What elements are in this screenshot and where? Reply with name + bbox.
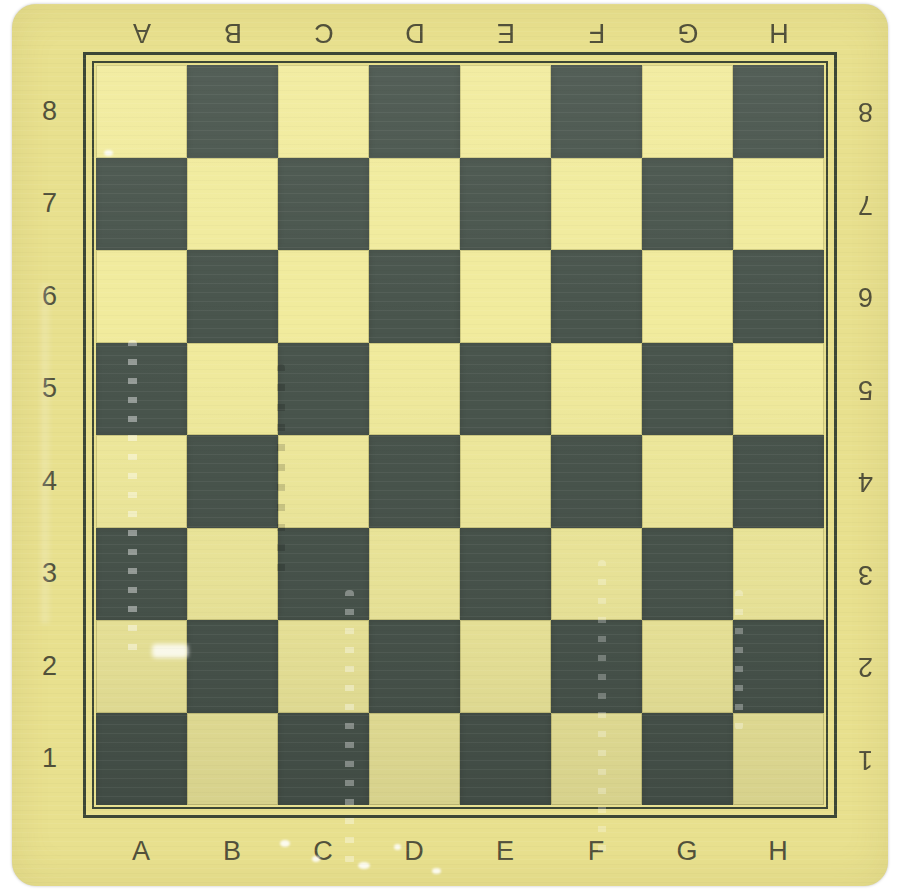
rank-label-right-4: 4 bbox=[843, 435, 887, 528]
glare-streak bbox=[38, 284, 52, 624]
rank-labels-right: 87654321 bbox=[843, 65, 887, 805]
square-d8[interactable] bbox=[369, 65, 460, 158]
rank-label-right-6: 6 bbox=[843, 250, 887, 343]
rank-label-right-5: 5 bbox=[843, 343, 887, 436]
square-a4[interactable] bbox=[96, 435, 187, 528]
file-label-top-g: G bbox=[642, 16, 733, 50]
rank-label-left-7: 7 bbox=[28, 158, 72, 251]
scuff-speck bbox=[312, 856, 320, 862]
board-frame bbox=[83, 52, 837, 818]
square-a8[interactable] bbox=[96, 65, 187, 158]
square-e4[interactable] bbox=[460, 435, 551, 528]
square-h3[interactable] bbox=[733, 528, 824, 621]
file-label-bottom-g: G bbox=[642, 834, 733, 868]
square-d3[interactable] bbox=[369, 528, 460, 621]
square-f4[interactable] bbox=[551, 435, 642, 528]
square-c8[interactable] bbox=[278, 65, 369, 158]
square-c5[interactable] bbox=[278, 343, 369, 436]
file-label-top-b: B bbox=[187, 16, 278, 50]
square-h6[interactable] bbox=[733, 250, 824, 343]
square-e7[interactable] bbox=[460, 158, 551, 251]
rank-label-right-2: 2 bbox=[843, 620, 887, 713]
file-label-bottom-h: H bbox=[733, 834, 824, 868]
file-label-bottom-d: D bbox=[369, 834, 460, 868]
rank-label-left-8: 8 bbox=[28, 65, 72, 158]
square-e5[interactable] bbox=[460, 343, 551, 436]
square-e6[interactable] bbox=[460, 250, 551, 343]
rank-label-left-1: 1 bbox=[28, 713, 72, 806]
square-f6[interactable] bbox=[551, 250, 642, 343]
file-labels-top: ABCDEFGH bbox=[96, 16, 824, 50]
square-e3[interactable] bbox=[460, 528, 551, 621]
rank-label-right-1: 1 bbox=[843, 713, 887, 806]
square-g5[interactable] bbox=[642, 343, 733, 436]
board-frame-inner bbox=[92, 61, 828, 809]
rank-label-left-2: 2 bbox=[28, 620, 72, 713]
file-label-bottom-e: E bbox=[460, 834, 551, 868]
square-a2[interactable] bbox=[96, 620, 187, 713]
rank-labels-left: 87654321 bbox=[28, 65, 72, 805]
square-h2[interactable] bbox=[733, 620, 824, 713]
square-d4[interactable] bbox=[369, 435, 460, 528]
square-f8[interactable] bbox=[551, 65, 642, 158]
square-c1[interactable] bbox=[278, 713, 369, 806]
square-d7[interactable] bbox=[369, 158, 460, 251]
square-g2[interactable] bbox=[642, 620, 733, 713]
square-a6[interactable] bbox=[96, 250, 187, 343]
file-labels-bottom: ABCDEFGH bbox=[96, 834, 824, 868]
square-g6[interactable] bbox=[642, 250, 733, 343]
rank-label-right-7: 7 bbox=[843, 158, 887, 251]
square-b6[interactable] bbox=[187, 250, 278, 343]
square-a3[interactable] bbox=[96, 528, 187, 621]
square-c2[interactable] bbox=[278, 620, 369, 713]
square-b2[interactable] bbox=[187, 620, 278, 713]
square-f1[interactable] bbox=[551, 713, 642, 806]
scuff-speck bbox=[394, 844, 401, 850]
scuff-speck bbox=[280, 840, 290, 847]
scuff-speck bbox=[358, 862, 370, 869]
file-label-top-a: A bbox=[96, 16, 187, 50]
square-c7[interactable] bbox=[278, 158, 369, 251]
file-label-bottom-a: A bbox=[96, 834, 187, 868]
square-d1[interactable] bbox=[369, 713, 460, 806]
square-g4[interactable] bbox=[642, 435, 733, 528]
rank-label-left-4: 4 bbox=[28, 435, 72, 528]
square-f2[interactable] bbox=[551, 620, 642, 713]
square-b7[interactable] bbox=[187, 158, 278, 251]
square-b8[interactable] bbox=[187, 65, 278, 158]
square-f5[interactable] bbox=[551, 343, 642, 436]
square-h4[interactable] bbox=[733, 435, 824, 528]
file-label-top-c: C bbox=[278, 16, 369, 50]
square-b3[interactable] bbox=[187, 528, 278, 621]
square-c6[interactable] bbox=[278, 250, 369, 343]
square-d5[interactable] bbox=[369, 343, 460, 436]
board-grid bbox=[96, 65, 824, 805]
square-a1[interactable] bbox=[96, 713, 187, 806]
square-d2[interactable] bbox=[369, 620, 460, 713]
square-a5[interactable] bbox=[96, 343, 187, 436]
square-h7[interactable] bbox=[733, 158, 824, 251]
rank-label-left-3: 3 bbox=[28, 528, 72, 621]
square-c4[interactable] bbox=[278, 435, 369, 528]
square-g1[interactable] bbox=[642, 713, 733, 806]
square-d6[interactable] bbox=[369, 250, 460, 343]
square-f7[interactable] bbox=[551, 158, 642, 251]
square-h8[interactable] bbox=[733, 65, 824, 158]
square-h1[interactable] bbox=[733, 713, 824, 806]
square-b1[interactable] bbox=[187, 713, 278, 806]
square-a7[interactable] bbox=[96, 158, 187, 251]
file-label-bottom-f: F bbox=[551, 834, 642, 868]
square-g7[interactable] bbox=[642, 158, 733, 251]
rank-label-left-5: 5 bbox=[28, 343, 72, 436]
square-b4[interactable] bbox=[187, 435, 278, 528]
file-label-top-f: F bbox=[551, 16, 642, 50]
square-g8[interactable] bbox=[642, 65, 733, 158]
square-c3[interactable] bbox=[278, 528, 369, 621]
chessboard: ABCDEFGH ABCDEFGH 87654321 87654321 bbox=[12, 4, 888, 886]
square-f3[interactable] bbox=[551, 528, 642, 621]
square-e8[interactable] bbox=[460, 65, 551, 158]
square-g3[interactable] bbox=[642, 528, 733, 621]
file-label-top-e: E bbox=[460, 16, 551, 50]
file-label-bottom-c: C bbox=[278, 834, 369, 868]
file-label-bottom-b: B bbox=[187, 834, 278, 868]
file-label-top-d: D bbox=[369, 16, 460, 50]
rank-label-right-3: 3 bbox=[843, 528, 887, 621]
square-e2[interactable] bbox=[460, 620, 551, 713]
rank-label-right-8: 8 bbox=[843, 65, 887, 158]
square-b5[interactable] bbox=[187, 343, 278, 436]
square-h5[interactable] bbox=[733, 343, 824, 436]
scuff-speck bbox=[432, 868, 441, 874]
square-e1[interactable] bbox=[460, 713, 551, 806]
rank-label-left-6: 6 bbox=[28, 250, 72, 343]
file-label-top-h: H bbox=[733, 16, 824, 50]
